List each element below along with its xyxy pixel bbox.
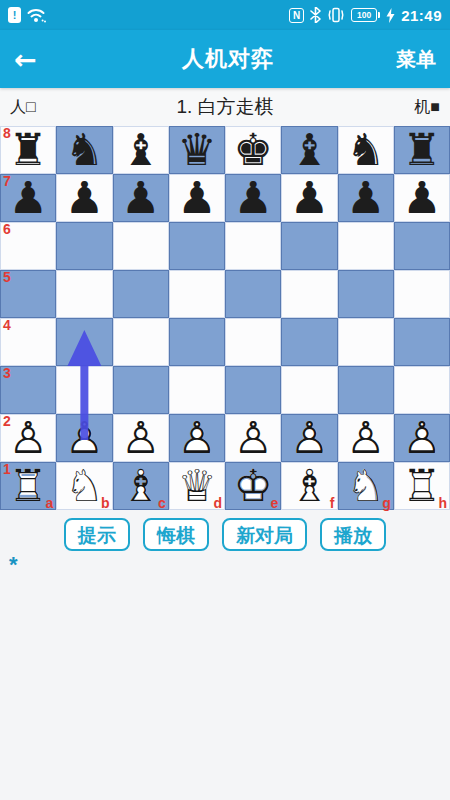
square-e4[interactable] <box>225 318 281 366</box>
square-f1[interactable]: f♝♗ <box>281 462 337 510</box>
chess-board: 8♜♞♝♛♚♝♞♜7♟♟♟♟♟♟♟♟65432♟♙♟♙♟♙♟♙♟♙♟♙♟♙♟♙1… <box>0 126 450 510</box>
square-c4[interactable] <box>113 318 169 366</box>
square-f4[interactable] <box>281 318 337 366</box>
square-b3[interactable] <box>56 366 112 414</box>
rank-label-4: 4 <box>3 318 11 333</box>
square-c2[interactable]: ♟♙ <box>113 414 169 462</box>
black-pawn: ♟ <box>177 174 216 222</box>
white-bishop: ♝♗ <box>281 462 337 510</box>
square-h4[interactable] <box>394 318 450 366</box>
clock: 21:49 <box>401 7 442 24</box>
square-d5[interactable] <box>169 270 225 318</box>
white-rook: ♜♖ <box>0 462 56 510</box>
square-b7[interactable]: ♟ <box>56 174 112 222</box>
black-pawn: ♟ <box>65 174 104 222</box>
square-a4[interactable]: 4 <box>0 318 56 366</box>
square-b5[interactable] <box>56 270 112 318</box>
white-rook: ♜♖ <box>394 462 450 510</box>
square-c6[interactable] <box>113 222 169 270</box>
black-square-symbol: ■ <box>430 98 440 115</box>
move-list-placeholder: * <box>9 555 450 575</box>
square-f3[interactable] <box>281 366 337 414</box>
black-pawn: ♟ <box>346 174 385 222</box>
square-e1[interactable]: e♚♔ <box>225 462 281 510</box>
square-e6[interactable] <box>225 222 281 270</box>
battery-icon: 100 <box>351 8 380 22</box>
square-d2[interactable]: ♟♙ <box>169 414 225 462</box>
move-status: 1. 白方走棋 <box>176 94 273 120</box>
black-rook: ♜ <box>402 126 441 174</box>
rank-label-3: 3 <box>3 366 11 381</box>
square-g1[interactable]: g♞♘ <box>338 462 394 510</box>
square-h7[interactable]: ♟ <box>394 174 450 222</box>
charging-bolt-icon <box>386 8 395 23</box>
white-pawn: ♟♙ <box>338 414 394 462</box>
new-game-button[interactable]: 新对局 <box>222 518 307 551</box>
white-king: ♚♔ <box>225 462 281 510</box>
machine-player-label: 机■ <box>414 97 440 118</box>
square-a7[interactable]: 7♟ <box>0 174 56 222</box>
white-pawn: ♟♙ <box>113 414 169 462</box>
hint-button[interactable]: 提示 <box>64 518 130 551</box>
white-pawn: ♟♙ <box>225 414 281 462</box>
square-c3[interactable] <box>113 366 169 414</box>
control-button-row: 提示悔棋新对局播放 <box>0 518 450 551</box>
white-pawn: ♟♙ <box>56 414 112 462</box>
square-d1[interactable]: d♛♕ <box>169 462 225 510</box>
square-h8[interactable]: ♜ <box>394 126 450 174</box>
square-h5[interactable] <box>394 270 450 318</box>
square-e7[interactable]: ♟ <box>225 174 281 222</box>
page-title: 人机对弈 <box>60 44 396 74</box>
white-square-symbol: □ <box>26 98 36 115</box>
square-a8[interactable]: 8♜ <box>0 126 56 174</box>
square-e8[interactable]: ♚ <box>225 126 281 174</box>
square-h3[interactable] <box>394 366 450 414</box>
square-b2[interactable]: ♟♙ <box>56 414 112 462</box>
turn-bar: 人□ 1. 白方走棋 机■ <box>0 88 450 126</box>
square-c1[interactable]: c♝♗ <box>113 462 169 510</box>
square-b8[interactable]: ♞ <box>56 126 112 174</box>
square-d3[interactable] <box>169 366 225 414</box>
wifi-icon <box>27 8 46 23</box>
square-h1[interactable]: h♜♖ <box>394 462 450 510</box>
square-a1[interactable]: 1a♜♖ <box>0 462 56 510</box>
square-f2[interactable]: ♟♙ <box>281 414 337 462</box>
nfc-icon: N <box>289 8 304 23</box>
white-knight: ♞♘ <box>338 462 394 510</box>
sim-alert-icon: ! <box>8 7 21 23</box>
white-bishop: ♝♗ <box>113 462 169 510</box>
black-bishop: ♝ <box>290 126 329 174</box>
status-bar: ! N 100 <box>0 0 450 30</box>
square-g2[interactable]: ♟♙ <box>338 414 394 462</box>
rank-label-6: 6 <box>3 222 11 237</box>
square-g8[interactable]: ♞ <box>338 126 394 174</box>
square-f5[interactable] <box>281 270 337 318</box>
human-player-label: 人□ <box>10 97 36 118</box>
square-b4[interactable] <box>56 318 112 366</box>
bluetooth-icon <box>310 7 321 23</box>
white-pawn: ♟♙ <box>394 414 450 462</box>
white-knight: ♞♘ <box>56 462 112 510</box>
black-pawn: ♟ <box>290 174 329 222</box>
black-pawn: ♟ <box>8 174 47 222</box>
black-knight: ♞ <box>65 126 104 174</box>
square-f8[interactable]: ♝ <box>281 126 337 174</box>
black-pawn: ♟ <box>402 174 441 222</box>
square-g4[interactable] <box>338 318 394 366</box>
square-d6[interactable] <box>169 222 225 270</box>
white-pawn: ♟♙ <box>281 414 337 462</box>
vibrate-icon <box>327 7 345 23</box>
square-a2[interactable]: 2♟♙ <box>0 414 56 462</box>
square-h2[interactable]: ♟♙ <box>394 414 450 462</box>
board-area: 8♜♞♝♛♚♝♞♜7♟♟♟♟♟♟♟♟65432♟♙♟♙♟♙♟♙♟♙♟♙♟♙♟♙1… <box>0 126 450 510</box>
phone-screen: ! N 100 <box>0 0 450 800</box>
square-c7[interactable]: ♟ <box>113 174 169 222</box>
replay-button[interactable]: 播放 <box>320 518 386 551</box>
rank-label-7: 7 <box>3 174 11 189</box>
rank-label-8: 8 <box>3 126 11 141</box>
black-pawn: ♟ <box>233 174 272 222</box>
menu-button[interactable]: 菜单 <box>396 46 436 73</box>
black-king: ♚ <box>233 126 272 174</box>
black-knight: ♞ <box>346 126 385 174</box>
square-d7[interactable]: ♟ <box>169 174 225 222</box>
white-pawn: ♟♙ <box>0 414 56 462</box>
rank-label-5: 5 <box>3 270 11 285</box>
square-g3[interactable] <box>338 366 394 414</box>
square-f6[interactable] <box>281 222 337 270</box>
square-g6[interactable] <box>338 222 394 270</box>
square-b1[interactable]: b♞♘ <box>56 462 112 510</box>
white-pawn: ♟♙ <box>169 414 225 462</box>
black-queen: ♛ <box>177 126 216 174</box>
black-bishop: ♝ <box>121 126 160 174</box>
black-pawn: ♟ <box>121 174 160 222</box>
square-e5[interactable] <box>225 270 281 318</box>
battery-percent: 100 <box>351 8 377 22</box>
square-a3[interactable]: 3 <box>0 366 56 414</box>
square-c5[interactable] <box>113 270 169 318</box>
square-d4[interactable] <box>169 318 225 366</box>
square-a6[interactable]: 6 <box>0 222 56 270</box>
square-g5[interactable] <box>338 270 394 318</box>
back-button[interactable]: ← <box>14 44 60 75</box>
undo-button[interactable]: 悔棋 <box>143 518 209 551</box>
square-c8[interactable]: ♝ <box>113 126 169 174</box>
square-f7[interactable]: ♟ <box>281 174 337 222</box>
app-bar: ← 人机对弈 菜单 <box>0 30 450 88</box>
square-a5[interactable]: 5 <box>0 270 56 318</box>
white-queen: ♛♕ <box>169 462 225 510</box>
square-g7[interactable]: ♟ <box>338 174 394 222</box>
square-b6[interactable] <box>56 222 112 270</box>
square-d8[interactable]: ♛ <box>169 126 225 174</box>
square-e3[interactable] <box>225 366 281 414</box>
square-e2[interactable]: ♟♙ <box>225 414 281 462</box>
square-h6[interactable] <box>394 222 450 270</box>
black-rook: ♜ <box>8 126 47 174</box>
